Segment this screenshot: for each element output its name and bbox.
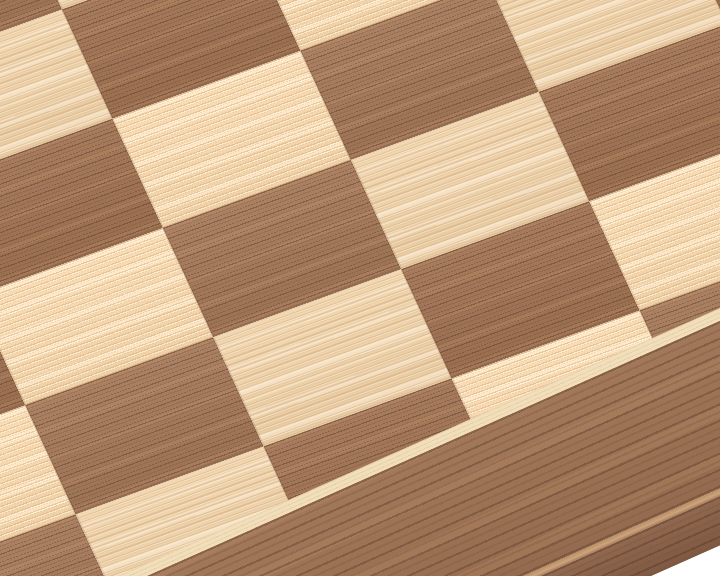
chessboard-photo xyxy=(0,0,720,576)
